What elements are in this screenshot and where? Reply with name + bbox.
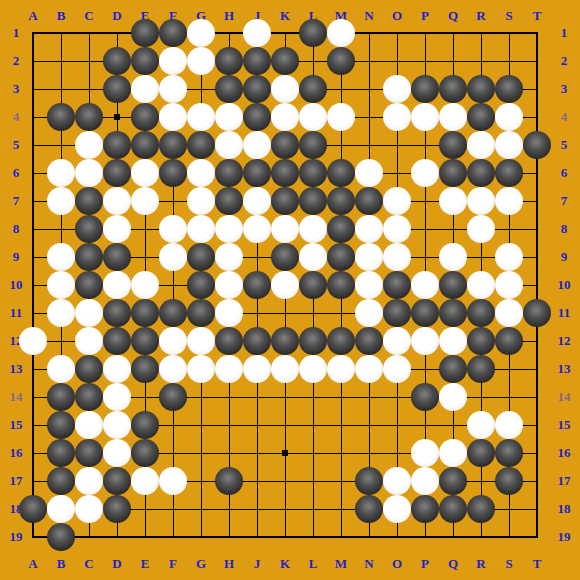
stone-black-L1 [299,19,327,47]
stone-white-F8 [159,215,187,243]
stone-white-O18 [383,495,411,523]
col-label-top-C: C [75,2,103,30]
stone-white-E3 [131,75,159,103]
stone-white-Q4 [439,103,467,131]
stone-white-O9 [383,243,411,271]
stone-black-E5 [131,131,159,159]
row-label-right-9: 9 [550,243,578,271]
row-label-left-10: 10 [2,271,30,299]
col-label-top-O: O [383,2,411,30]
stone-black-C4 [75,103,103,131]
stone-black-F14 [159,383,187,411]
stone-white-H10 [215,271,243,299]
col-label-bottom-H: H [215,550,243,578]
stone-black-G11 [187,299,215,327]
row-label-left-19: 19 [2,523,30,551]
stone-black-R16 [467,439,495,467]
stone-white-R10 [467,271,495,299]
stone-white-O3 [383,75,411,103]
stone-black-L12 [299,327,327,355]
stone-white-F3 [159,75,187,103]
stone-white-E7 [131,187,159,215]
stone-black-F6 [159,159,187,187]
col-label-top-P: P [411,2,439,30]
stone-black-P14 [411,383,439,411]
stone-black-L5 [299,131,327,159]
col-label-bottom-T: T [523,550,551,578]
stone-white-K8 [271,215,299,243]
col-label-bottom-P: P [411,550,439,578]
stone-white-S11 [495,299,523,327]
stone-white-E17 [131,467,159,495]
stone-black-H7 [215,187,243,215]
go-board[interactable]: AABBCCDDEEFFGGHHJJKKLLMMNNOOPPQQRRSSTT11… [0,0,580,580]
stone-white-B10 [47,271,75,299]
stone-black-J4 [243,103,271,131]
stone-black-T11 [523,299,551,327]
stone-black-K6 [271,159,299,187]
row-label-right-6: 6 [550,159,578,187]
stone-black-D12 [103,327,131,355]
row-label-right-16: 16 [550,439,578,467]
stone-black-K5 [271,131,299,159]
row-label-left-17: 17 [2,467,30,495]
stone-black-M10 [327,271,355,299]
col-label-top-R: R [467,2,495,30]
stone-white-B18 [47,495,75,523]
stone-black-C10 [75,271,103,299]
stone-black-J10 [243,271,271,299]
stone-white-G7 [187,187,215,215]
col-label-top-N: N [355,2,383,30]
stone-white-M4 [327,103,355,131]
stone-black-B14 [47,383,75,411]
stone-white-P17 [411,467,439,495]
stone-white-C5 [75,131,103,159]
stone-black-G9 [187,243,215,271]
stone-black-E16 [131,439,159,467]
stone-white-M1 [327,19,355,47]
stone-white-B6 [47,159,75,187]
col-label-bottom-C: C [75,550,103,578]
stone-white-B13 [47,355,75,383]
stone-white-K13 [271,355,299,383]
stone-white-J13 [243,355,271,383]
stone-white-O17 [383,467,411,495]
stone-black-K2 [271,47,299,75]
stone-black-Q6 [439,159,467,187]
stone-white-G4 [187,103,215,131]
stone-white-P10 [411,271,439,299]
stone-white-H9 [215,243,243,271]
stone-black-H3 [215,75,243,103]
col-label-bottom-L: L [299,550,327,578]
stone-white-L13 [299,355,327,383]
stone-white-M13 [327,355,355,383]
col-label-top-Q: Q [439,2,467,30]
stone-white-N9 [355,243,383,271]
stone-white-Q7 [439,187,467,215]
stone-black-M12 [327,327,355,355]
stone-black-D3 [103,75,131,103]
stone-black-C13 [75,355,103,383]
stone-black-F5 [159,131,187,159]
stone-white-G12 [187,327,215,355]
stone-black-D6 [103,159,131,187]
stone-black-R6 [467,159,495,187]
stone-black-R18 [467,495,495,523]
stone-black-E13 [131,355,159,383]
col-label-bottom-R: R [467,550,495,578]
stone-black-Q3 [439,75,467,103]
stone-white-K3 [271,75,299,103]
col-label-bottom-G: G [187,550,215,578]
stone-white-H5 [215,131,243,159]
row-label-right-2: 2 [550,47,578,75]
stone-white-P16 [411,439,439,467]
stone-white-K4 [271,103,299,131]
col-label-bottom-D: D [103,550,131,578]
stone-white-K10 [271,271,299,299]
row-label-left-11: 11 [2,299,30,327]
stone-white-O12 [383,327,411,355]
stone-white-S15 [495,411,523,439]
col-label-bottom-O: O [383,550,411,578]
stone-black-D17 [103,467,131,495]
stone-black-T5 [523,131,551,159]
stone-white-H13 [215,355,243,383]
row-label-right-12: 12 [550,327,578,355]
stone-black-D5 [103,131,131,159]
stone-black-E4 [131,103,159,131]
stone-white-G8 [187,215,215,243]
stone-white-J5 [243,131,271,159]
stone-white-H11 [215,299,243,327]
stone-white-D16 [103,439,131,467]
stone-black-R11 [467,299,495,327]
stone-black-E11 [131,299,159,327]
stone-white-C18 [75,495,103,523]
stone-black-D9 [103,243,131,271]
stone-black-D11 [103,299,131,327]
col-label-bottom-B: B [47,550,75,578]
stone-black-C14 [75,383,103,411]
col-label-bottom-N: N [355,550,383,578]
row-label-right-10: 10 [550,271,578,299]
stone-white-O13 [383,355,411,383]
stone-black-L3 [299,75,327,103]
stone-white-S7 [495,187,523,215]
row-label-left-4: 4 [2,103,30,131]
stone-black-E12 [131,327,159,355]
stone-black-S3 [495,75,523,103]
row-label-left-8: 8 [2,215,30,243]
stone-black-K12 [271,327,299,355]
stone-white-C12 [75,327,103,355]
row-label-left-13: 13 [2,355,30,383]
stone-white-O8 [383,215,411,243]
stone-black-B4 [47,103,75,131]
stone-black-C7 [75,187,103,215]
stone-white-G6 [187,159,215,187]
row-label-left-6: 6 [2,159,30,187]
stone-black-C8 [75,215,103,243]
stone-white-R5 [467,131,495,159]
row-label-left-2: 2 [2,47,30,75]
row-label-right-17: 17 [550,467,578,495]
stone-white-N11 [355,299,383,327]
stone-white-D14 [103,383,131,411]
col-label-bottom-K: K [271,550,299,578]
stone-black-N18 [355,495,383,523]
stone-white-S9 [495,243,523,271]
stone-black-S17 [495,467,523,495]
col-label-top-B: B [47,2,75,30]
row-label-left-9: 9 [2,243,30,271]
col-label-bottom-A: A [19,550,47,578]
stone-black-H12 [215,327,243,355]
row-label-left-14: 14 [2,383,30,411]
stone-black-D18 [103,495,131,523]
stone-black-P3 [411,75,439,103]
col-label-bottom-J: J [243,550,271,578]
row-label-right-1: 1 [550,19,578,47]
stone-white-F2 [159,47,187,75]
stone-white-G2 [187,47,215,75]
stone-black-H17 [215,467,243,495]
stone-white-S10 [495,271,523,299]
stone-black-F1 [159,19,187,47]
stone-white-Q12 [439,327,467,355]
stone-white-J1 [243,19,271,47]
row-label-right-4: 4 [550,103,578,131]
stone-black-B15 [47,411,75,439]
row-label-left-7: 7 [2,187,30,215]
stone-black-E1 [131,19,159,47]
stone-white-D15 [103,411,131,439]
stone-white-E10 [131,271,159,299]
stone-white-C15 [75,411,103,439]
stone-white-C17 [75,467,103,495]
stone-white-H8 [215,215,243,243]
stone-white-E6 [131,159,159,187]
stone-black-J6 [243,159,271,187]
stone-black-Q10 [439,271,467,299]
stone-white-P12 [411,327,439,355]
stone-black-Q17 [439,467,467,495]
row-label-right-7: 7 [550,187,578,215]
stone-black-O10 [383,271,411,299]
stone-white-G13 [187,355,215,383]
col-label-bottom-M: M [327,550,355,578]
row-label-left-1: 1 [2,19,30,47]
stone-white-C11 [75,299,103,327]
stone-white-S4 [495,103,523,131]
stone-white-F9 [159,243,187,271]
stone-white-B11 [47,299,75,327]
stone-white-Q14 [439,383,467,411]
stone-black-J3 [243,75,271,103]
stone-black-O11 [383,299,411,327]
stone-black-S6 [495,159,523,187]
col-label-top-H: H [215,2,243,30]
stone-black-B19 [47,523,75,551]
stone-black-K7 [271,187,299,215]
stone-white-Q9 [439,243,467,271]
col-label-bottom-S: S [495,550,523,578]
stone-white-R15 [467,411,495,439]
stone-black-S16 [495,439,523,467]
stone-black-J2 [243,47,271,75]
stone-white-C6 [75,159,103,187]
stone-black-C16 [75,439,103,467]
stone-white-Q16 [439,439,467,467]
stone-black-L7 [299,187,327,215]
stone-black-M6 [327,159,355,187]
stone-white-P6 [411,159,439,187]
stone-white-O4 [383,103,411,131]
stone-black-P11 [411,299,439,327]
stone-black-Q18 [439,495,467,523]
stone-white-L4 [299,103,327,131]
stone-black-S12 [495,327,523,355]
row-label-left-5: 5 [2,131,30,159]
stone-black-M9 [327,243,355,271]
stone-black-M8 [327,215,355,243]
stone-black-E2 [131,47,159,75]
stone-black-M7 [327,187,355,215]
stone-black-G5 [187,131,215,159]
stone-black-D2 [103,47,131,75]
stone-white-F4 [159,103,187,131]
stone-white-D10 [103,271,131,299]
col-label-bottom-E: E [131,550,159,578]
stone-white-B7 [47,187,75,215]
row-label-right-11: 11 [550,299,578,327]
row-label-right-15: 15 [550,411,578,439]
stone-white-L8 [299,215,327,243]
stone-white-N13 [355,355,383,383]
stone-black-N17 [355,467,383,495]
col-label-bottom-F: F [159,550,187,578]
row-label-right-14: 14 [550,383,578,411]
stone-white-N10 [355,271,383,299]
stone-white-D13 [103,355,131,383]
stone-black-L10 [299,271,327,299]
stone-white-L9 [299,243,327,271]
stone-black-P18 [411,495,439,523]
stone-white-O7 [383,187,411,215]
row-label-left-3: 3 [2,75,30,103]
stone-white-F17 [159,467,187,495]
stone-black-L6 [299,159,327,187]
stone-white-J8 [243,215,271,243]
stone-white-N8 [355,215,383,243]
stone-white-S5 [495,131,523,159]
stone-white-F13 [159,355,187,383]
col-label-bottom-Q: Q [439,550,467,578]
stone-black-R13 [467,355,495,383]
row-label-right-13: 13 [550,355,578,383]
col-label-top-S: S [495,2,523,30]
row-label-right-19: 19 [550,523,578,551]
stone-black-N7 [355,187,383,215]
col-label-top-T: T [523,2,551,30]
row-label-right-18: 18 [550,495,578,523]
stone-white-D7 [103,187,131,215]
stone-white-B9 [47,243,75,271]
stone-white-N6 [355,159,383,187]
stone-black-R3 [467,75,495,103]
stone-black-H6 [215,159,243,187]
stone-black-E15 [131,411,159,439]
row-label-right-5: 5 [550,131,578,159]
stone-black-Q11 [439,299,467,327]
stone-white-A12 [19,327,47,355]
col-label-top-K: K [271,2,299,30]
stone-white-J7 [243,187,271,215]
stone-black-Q5 [439,131,467,159]
stone-black-J12 [243,327,271,355]
col-label-top-D: D [103,2,131,30]
stone-white-F12 [159,327,187,355]
stone-black-F11 [159,299,187,327]
stone-black-G10 [187,271,215,299]
stone-black-Q13 [439,355,467,383]
stone-black-M2 [327,47,355,75]
stone-white-H4 [215,103,243,131]
stone-black-R12 [467,327,495,355]
row-label-left-15: 15 [2,411,30,439]
stone-black-C9 [75,243,103,271]
stone-white-D8 [103,215,131,243]
stone-black-B16 [47,439,75,467]
stone-black-N12 [355,327,383,355]
stone-black-H2 [215,47,243,75]
stone-white-G1 [187,19,215,47]
stone-black-K9 [271,243,299,271]
stone-black-R4 [467,103,495,131]
row-label-right-8: 8 [550,215,578,243]
row-label-left-16: 16 [2,439,30,467]
stone-white-R7 [467,187,495,215]
stone-black-B17 [47,467,75,495]
stone-white-P4 [411,103,439,131]
stone-white-R8 [467,215,495,243]
row-label-right-3: 3 [550,75,578,103]
stone-black-A18 [19,495,47,523]
